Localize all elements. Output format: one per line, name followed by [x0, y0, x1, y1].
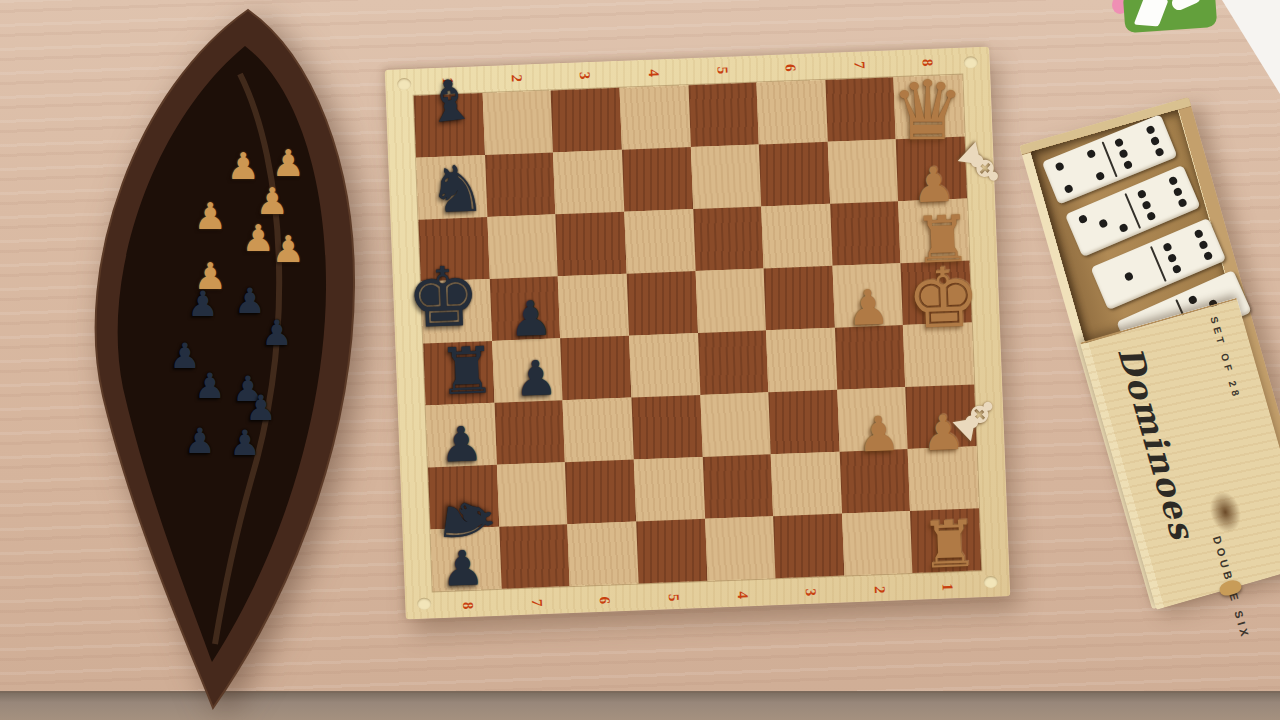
pip [1119, 148, 1129, 158]
pieces-layer: ♝♞♚♜♟♟♟♞♟♛♝♟♜♚♟♟♟♝♜ [414, 75, 982, 592]
black-pawn-e7[interactable]: ♟ [508, 293, 553, 343]
corner-plug [984, 576, 998, 589]
black-king-e8[interactable]: ♚ [405, 255, 482, 340]
pip [1118, 223, 1128, 233]
lid-text-set-of: SET OF 28 [1208, 315, 1242, 401]
black-rook-d8[interactable]: ♜ [437, 338, 497, 404]
black-pawn-d7[interactable]: ♟ [513, 353, 558, 403]
pip [1124, 271, 1134, 281]
pip [1149, 136, 1159, 146]
tray-light-pawn[interactable]: ♟ [271, 231, 304, 268]
pip [1163, 242, 1173, 252]
pip [1193, 229, 1203, 239]
cup-pattern [1170, 0, 1203, 12]
tray-dark-pawn[interactable]: ♟ [245, 391, 276, 426]
pip [1114, 137, 1124, 147]
pip [1078, 214, 1088, 224]
white-pawn-c1[interactable]: ♟ [921, 408, 966, 458]
pip [1154, 147, 1164, 157]
pip [1064, 183, 1074, 193]
tray-light-pawn[interactable]: ♟ [271, 145, 304, 182]
pip [1145, 125, 1155, 135]
chess-board: 12345678 87654321 ♝♞♚♜♟♟♟♞♟♛♝♟♜♚♟♟♟♝♜ [385, 47, 1011, 620]
black-pawn-c8[interactable]: ♟ [439, 419, 484, 469]
white-pawn-c2[interactable]: ♟ [856, 409, 901, 459]
captured-pieces-tray: ♟♟♟♟♟♟♟♟♟♟♟♟♟♟♟♟ [55, 4, 365, 718]
corner-plug [964, 56, 978, 69]
white-pawn-e2[interactable]: ♟ [846, 282, 891, 332]
pip [1098, 218, 1108, 228]
tray-dark-pawn[interactable]: ♟ [184, 424, 215, 459]
pip [1172, 187, 1182, 197]
pip [1168, 176, 1178, 186]
pip [1188, 295, 1199, 306]
pip [1203, 251, 1213, 261]
white-rook-a1[interactable]: ♜ [920, 512, 980, 578]
tray-light-pawn[interactable]: ♟ [255, 183, 288, 220]
white-king-e1[interactable]: ♚ [905, 256, 982, 341]
pip [1177, 198, 1187, 208]
pip [1167, 253, 1177, 263]
pip [1172, 264, 1182, 274]
pip [1123, 159, 1133, 169]
tray-dark-pawn[interactable]: ♟ [194, 369, 225, 404]
black-knight-g8[interactable]: ♞ [427, 156, 487, 222]
pip [1086, 149, 1096, 159]
pip [1095, 171, 1105, 181]
pip [1055, 161, 1065, 171]
tray-light-pawn[interactable]: ♟ [241, 220, 274, 257]
pip [1146, 211, 1156, 221]
corner-plug [397, 78, 411, 91]
tray-dark-pawn[interactable]: ♟ [187, 287, 218, 322]
tray-bowl [55, 4, 365, 718]
pip [1137, 189, 1147, 199]
black-pawn-a8[interactable]: ♟ [440, 543, 485, 593]
black-bishop[interactable]: ♝ [422, 71, 478, 132]
corner-plug [417, 597, 431, 610]
cup-pattern [1134, 0, 1169, 27]
tray-light-pawn[interactable]: ♟ [193, 198, 226, 235]
tray-dark-pawn[interactable]: ♟ [229, 426, 260, 461]
wood-knot [1205, 488, 1245, 537]
pip [1198, 240, 1208, 250]
pip [1142, 200, 1152, 210]
white-queen-h1[interactable]: ♛ [891, 70, 965, 152]
tray-dark-pawn[interactable]: ♟ [261, 316, 292, 351]
